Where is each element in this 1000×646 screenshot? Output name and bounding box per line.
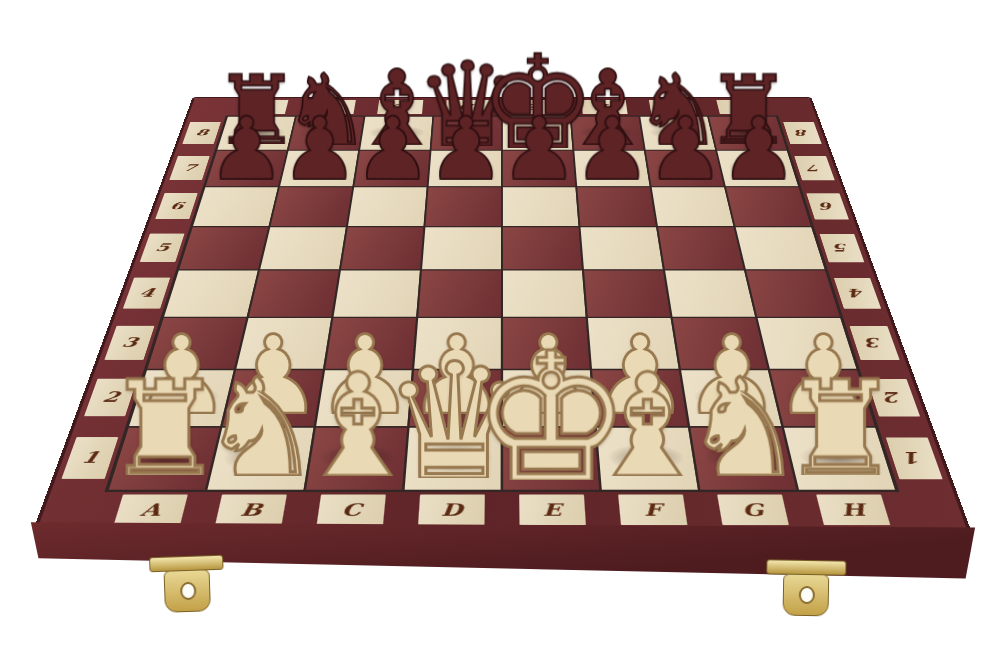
file-label-bottom-c: C xyxy=(316,494,386,525)
file-label-bottom-f: F xyxy=(618,494,688,525)
rank-label-left-4: 4 xyxy=(123,277,171,308)
square-g6[interactable] xyxy=(652,187,734,226)
rank-label-left-5: 5 xyxy=(140,233,185,262)
clasp-right-keyhole xyxy=(799,586,815,604)
chess-set-photo: AABBCCDDEEFFGGHH1122334455667788♜♞♝♛♚♝♞♜… xyxy=(0,0,1000,646)
rank-label-left-6: 6 xyxy=(155,193,198,219)
chessboard: AABBCCDDEEFFGGHH1122334455667788♜♞♝♛♚♝♞♜… xyxy=(37,98,967,530)
square-d6[interactable] xyxy=(425,187,501,226)
square-e6[interactable] xyxy=(503,187,579,226)
file-label-bottom-b: B xyxy=(215,494,287,525)
rank-label-right-6: 6 xyxy=(806,193,849,219)
file-label-bottom-a: A xyxy=(113,494,188,525)
rank-label-right-4: 4 xyxy=(834,277,882,308)
clasp-right xyxy=(766,559,847,616)
file-label-bottom-e: E xyxy=(519,494,586,525)
square-h6[interactable] xyxy=(726,187,811,226)
clasp-left xyxy=(149,555,225,614)
square-a6[interactable] xyxy=(193,187,278,226)
file-label-bottom-h: H xyxy=(816,494,891,525)
file-label-bottom-d: D xyxy=(418,494,485,525)
square-b6[interactable] xyxy=(270,187,352,226)
clasp-right-latch xyxy=(783,574,830,617)
square-c6[interactable] xyxy=(348,187,427,226)
square-f6[interactable] xyxy=(577,187,656,226)
clasp-left-keyhole xyxy=(180,582,197,601)
rank-label-right-5: 5 xyxy=(819,233,864,262)
clasp-left-latch xyxy=(164,569,211,613)
file-label-bottom-g: G xyxy=(717,494,789,525)
